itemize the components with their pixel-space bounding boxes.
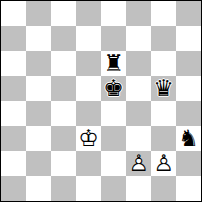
square-f1[interactable] — [126, 176, 151, 201]
square-a1[interactable] — [1, 176, 26, 201]
square-d1[interactable] — [76, 176, 101, 201]
square-c5[interactable] — [51, 76, 76, 101]
square-a3[interactable] — [1, 126, 26, 151]
square-d3[interactable]: ♚♔ — [76, 126, 101, 151]
square-e3[interactable] — [101, 126, 126, 151]
square-f4[interactable] — [126, 101, 151, 126]
white-pawn[interactable]: ♟♙ — [151, 151, 176, 176]
square-h6[interactable] — [176, 51, 201, 76]
square-a6[interactable] — [1, 51, 26, 76]
square-c2[interactable] — [51, 151, 76, 176]
square-c8[interactable] — [51, 1, 76, 26]
square-h7[interactable] — [176, 26, 201, 51]
square-e8[interactable] — [101, 1, 126, 26]
black-rook[interactable]: ♜ — [101, 51, 126, 76]
square-h5[interactable] — [176, 76, 201, 101]
square-d6[interactable] — [76, 51, 101, 76]
square-d8[interactable] — [76, 1, 101, 26]
square-g8[interactable] — [151, 1, 176, 26]
black-knight[interactable]: ♞ — [176, 126, 201, 151]
square-h1[interactable] — [176, 176, 201, 201]
black-queen-glyph: ♛ — [151, 76, 176, 101]
square-f2[interactable]: ♟♙ — [126, 151, 151, 176]
white-pawn-outline: ♙ — [151, 151, 176, 176]
square-e4[interactable] — [101, 101, 126, 126]
square-h3[interactable]: ♞ — [176, 126, 201, 151]
square-f6[interactable] — [126, 51, 151, 76]
square-b8[interactable] — [26, 1, 51, 26]
square-d2[interactable] — [76, 151, 101, 176]
square-f7[interactable] — [126, 26, 151, 51]
white-king-outline: ♔ — [76, 126, 101, 151]
square-g6[interactable] — [151, 51, 176, 76]
square-a7[interactable] — [1, 26, 26, 51]
black-rook-glyph: ♜ — [101, 51, 126, 76]
square-a2[interactable] — [1, 151, 26, 176]
white-pawn[interactable]: ♟♙ — [126, 151, 151, 176]
square-e1[interactable] — [101, 176, 126, 201]
black-king[interactable]: ♚ — [101, 76, 126, 101]
black-queen[interactable]: ♛ — [151, 76, 176, 101]
square-b7[interactable] — [26, 26, 51, 51]
square-e2[interactable] — [101, 151, 126, 176]
square-f8[interactable] — [126, 1, 151, 26]
square-b4[interactable] — [26, 101, 51, 126]
square-a8[interactable] — [1, 1, 26, 26]
square-b2[interactable] — [26, 151, 51, 176]
square-g5[interactable]: ♛ — [151, 76, 176, 101]
square-b5[interactable] — [26, 76, 51, 101]
square-f5[interactable] — [126, 76, 151, 101]
square-b3[interactable] — [26, 126, 51, 151]
square-a4[interactable] — [1, 101, 26, 126]
chess-board: ♜♚♛♚♔♞♟♙♟♙ — [0, 0, 202, 202]
square-d7[interactable] — [76, 26, 101, 51]
black-knight-glyph: ♞ — [176, 126, 201, 151]
square-e5[interactable]: ♚ — [101, 76, 126, 101]
square-d4[interactable] — [76, 101, 101, 126]
square-e6[interactable]: ♜ — [101, 51, 126, 76]
square-h2[interactable] — [176, 151, 201, 176]
square-b1[interactable] — [26, 176, 51, 201]
white-king[interactable]: ♚♔ — [76, 126, 101, 151]
square-g2[interactable]: ♟♙ — [151, 151, 176, 176]
square-a5[interactable] — [1, 76, 26, 101]
square-c4[interactable] — [51, 101, 76, 126]
square-f3[interactable] — [126, 126, 151, 151]
square-h4[interactable] — [176, 101, 201, 126]
square-e7[interactable] — [101, 26, 126, 51]
square-h8[interactable] — [176, 1, 201, 26]
square-c7[interactable] — [51, 26, 76, 51]
square-c6[interactable] — [51, 51, 76, 76]
square-g4[interactable] — [151, 101, 176, 126]
white-pawn-outline: ♙ — [126, 151, 151, 176]
square-c3[interactable] — [51, 126, 76, 151]
square-d5[interactable] — [76, 76, 101, 101]
square-c1[interactable] — [51, 176, 76, 201]
square-g3[interactable] — [151, 126, 176, 151]
square-g1[interactable] — [151, 176, 176, 201]
square-g7[interactable] — [151, 26, 176, 51]
black-king-glyph: ♚ — [101, 76, 126, 101]
square-b6[interactable] — [26, 51, 51, 76]
